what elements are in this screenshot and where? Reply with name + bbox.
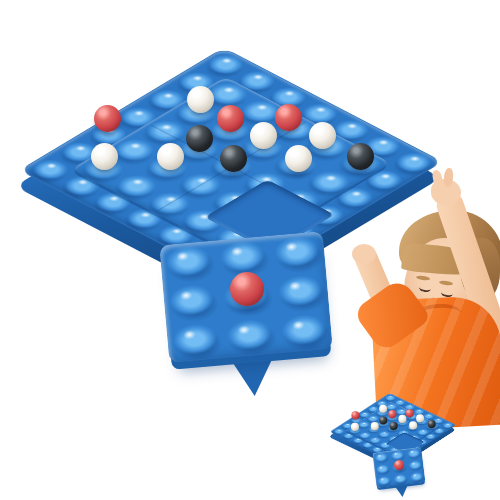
product-photo-stage — [0, 0, 500, 500]
boy-left-hand-group — [0, 0, 500, 500]
